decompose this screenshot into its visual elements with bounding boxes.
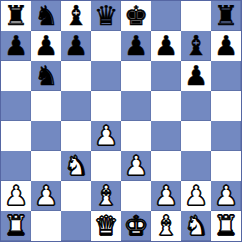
piece-black-pawn[interactable]: ♟ <box>214 32 238 59</box>
square-d5[interactable] <box>91 91 121 121</box>
square-b7[interactable]: ♟ <box>31 31 61 61</box>
square-f6[interactable] <box>151 61 181 91</box>
square-g5[interactable] <box>181 91 211 121</box>
square-c3[interactable]: ♞ <box>61 151 91 181</box>
square-f2[interactable]: ♟ <box>151 181 181 211</box>
piece-black-rook[interactable]: ♜ <box>214 2 238 29</box>
square-h5[interactable] <box>211 91 241 121</box>
square-a8[interactable]: ♜ <box>1 1 31 31</box>
piece-white-pawn[interactable]: ♟ <box>124 152 148 179</box>
piece-black-pawn[interactable]: ♟ <box>64 32 88 59</box>
square-f3[interactable] <box>151 151 181 181</box>
piece-black-king[interactable]: ♚ <box>124 2 148 29</box>
square-c7[interactable]: ♟ <box>61 31 91 61</box>
square-d4[interactable]: ♟ <box>91 121 121 151</box>
piece-white-pawn[interactable]: ♟ <box>214 182 238 209</box>
square-c1[interactable] <box>61 211 91 241</box>
square-c5[interactable] <box>61 91 91 121</box>
square-e5[interactable] <box>121 91 151 121</box>
square-g2[interactable]: ♟ <box>181 181 211 211</box>
square-b8[interactable]: ♞ <box>31 1 61 31</box>
piece-white-bishop[interactable]: ♝ <box>154 212 178 239</box>
square-a7[interactable]: ♟ <box>1 31 31 61</box>
square-g6[interactable]: ♟ <box>181 61 211 91</box>
square-d3[interactable] <box>91 151 121 181</box>
square-c2[interactable] <box>61 181 91 211</box>
piece-black-knight[interactable]: ♞ <box>34 62 58 89</box>
piece-black-pawn[interactable]: ♟ <box>154 32 178 59</box>
piece-white-knight[interactable]: ♞ <box>64 152 88 179</box>
square-e7[interactable]: ♟ <box>121 31 151 61</box>
square-c8[interactable]: ♝ <box>61 1 91 31</box>
square-g4[interactable] <box>181 121 211 151</box>
square-d7[interactable] <box>91 31 121 61</box>
square-c6[interactable] <box>61 61 91 91</box>
piece-white-pawn[interactable]: ♟ <box>4 182 28 209</box>
square-h4[interactable] <box>211 121 241 151</box>
square-d6[interactable] <box>91 61 121 91</box>
piece-black-bishop[interactable]: ♝ <box>184 32 208 59</box>
square-h1[interactable]: ♜ <box>211 211 241 241</box>
piece-white-queen[interactable]: ♛ <box>94 212 118 239</box>
square-e2[interactable] <box>121 181 151 211</box>
square-d2[interactable]: ♝ <box>91 181 121 211</box>
piece-black-bishop[interactable]: ♝ <box>64 2 88 29</box>
square-e1[interactable]: ♚ <box>121 211 151 241</box>
piece-black-pawn[interactable]: ♟ <box>124 32 148 59</box>
piece-black-knight[interactable]: ♞ <box>34 2 58 29</box>
square-b3[interactable] <box>31 151 61 181</box>
chess-board: ♜♞♝♛♚♜♟♟♟♟♟♝♟♞♟♟♞♟♟♟♝♟♟♟♜♛♚♝♞♜ <box>1 1 241 241</box>
piece-white-pawn[interactable]: ♟ <box>154 182 178 209</box>
square-g3[interactable] <box>181 151 211 181</box>
square-e8[interactable]: ♚ <box>121 1 151 31</box>
piece-white-pawn[interactable]: ♟ <box>34 182 58 209</box>
square-f8[interactable] <box>151 1 181 31</box>
square-f5[interactable] <box>151 91 181 121</box>
piece-black-rook[interactable]: ♜ <box>4 2 28 29</box>
piece-white-pawn[interactable]: ♟ <box>94 122 118 149</box>
square-h2[interactable]: ♟ <box>211 181 241 211</box>
square-g1[interactable]: ♞ <box>181 211 211 241</box>
piece-black-queen[interactable]: ♛ <box>94 2 118 29</box>
square-e3[interactable]: ♟ <box>121 151 151 181</box>
square-d8[interactable]: ♛ <box>91 1 121 31</box>
square-g8[interactable] <box>181 1 211 31</box>
square-h8[interactable]: ♜ <box>211 1 241 31</box>
square-a3[interactable] <box>1 151 31 181</box>
square-a1[interactable]: ♜ <box>1 211 31 241</box>
square-b5[interactable] <box>31 91 61 121</box>
square-b6[interactable]: ♞ <box>31 61 61 91</box>
piece-white-bishop[interactable]: ♝ <box>94 182 118 209</box>
square-a6[interactable] <box>1 61 31 91</box>
piece-black-pawn[interactable]: ♟ <box>184 62 208 89</box>
square-b2[interactable]: ♟ <box>31 181 61 211</box>
square-h6[interactable] <box>211 61 241 91</box>
square-c4[interactable] <box>61 121 91 151</box>
square-b1[interactable] <box>31 211 61 241</box>
square-h7[interactable]: ♟ <box>211 31 241 61</box>
piece-white-pawn[interactable]: ♟ <box>184 182 208 209</box>
piece-white-rook[interactable]: ♜ <box>214 212 238 239</box>
square-h3[interactable] <box>211 151 241 181</box>
piece-black-pawn[interactable]: ♟ <box>34 32 58 59</box>
piece-white-king[interactable]: ♚ <box>124 212 148 239</box>
piece-white-knight[interactable]: ♞ <box>184 212 208 239</box>
square-f4[interactable] <box>151 121 181 151</box>
square-g7[interactable]: ♝ <box>181 31 211 61</box>
square-f1[interactable]: ♝ <box>151 211 181 241</box>
chess-board-frame: ♜♞♝♛♚♜♟♟♟♟♟♝♟♞♟♟♞♟♟♟♝♟♟♟♜♛♚♝♞♜ <box>0 0 242 242</box>
square-b4[interactable] <box>31 121 61 151</box>
square-f7[interactable]: ♟ <box>151 31 181 61</box>
square-e4[interactable] <box>121 121 151 151</box>
square-e6[interactable] <box>121 61 151 91</box>
square-a4[interactable] <box>1 121 31 151</box>
square-a5[interactable] <box>1 91 31 121</box>
square-a2[interactable]: ♟ <box>1 181 31 211</box>
square-d1[interactable]: ♛ <box>91 211 121 241</box>
piece-white-rook[interactable]: ♜ <box>4 212 28 239</box>
piece-black-pawn[interactable]: ♟ <box>4 32 28 59</box>
